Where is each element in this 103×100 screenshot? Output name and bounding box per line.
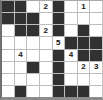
- filled-cell-r4c8[interactable]: [90, 37, 102, 48]
- filled-cell-r5c5[interactable]: [53, 50, 65, 61]
- clue-number: 2: [81, 63, 85, 71]
- empty-cell-r1c8[interactable]: [90, 1, 102, 12]
- empty-cell-r2c7[interactable]: [78, 13, 90, 24]
- empty-cell-r3c8[interactable]: [90, 25, 102, 36]
- filled-cell-r8c5[interactable]: [53, 86, 65, 97]
- empty-cell-r8c1[interactable]: [2, 86, 14, 97]
- filled-cell-r6c3[interactable]: [27, 62, 39, 73]
- filled-cell-r6c5[interactable]: [53, 62, 65, 73]
- filled-cell-r7c5[interactable]: [53, 74, 65, 85]
- empty-cell-r6c1[interactable]: [2, 62, 14, 73]
- filled-cell-r1c1[interactable]: [2, 1, 14, 12]
- clue-cell-r5c2[interactable]: 4: [15, 50, 27, 61]
- empty-cell-r7c8[interactable]: [90, 74, 102, 85]
- filled-cell-r3c2[interactable]: [15, 25, 27, 36]
- empty-cell-r7c2[interactable]: [15, 74, 27, 85]
- empty-cell-r3c1[interactable]: [2, 25, 14, 36]
- filled-cell-r3c5[interactable]: [53, 25, 65, 36]
- empty-cell-r1c3[interactable]: [27, 1, 39, 12]
- filled-cell-r8c6[interactable]: [65, 86, 77, 97]
- clue-cell-r4c5[interactable]: 5: [53, 37, 65, 48]
- empty-cell-r8c4[interactable]: [40, 86, 52, 97]
- filled-cell-r3c7[interactable]: [78, 25, 90, 36]
- filled-cell-r3c3[interactable]: [27, 25, 39, 36]
- empty-cell-r5c1[interactable]: [2, 50, 14, 61]
- empty-cell-r2c4[interactable]: [40, 13, 52, 24]
- empty-cell-r7c4[interactable]: [40, 74, 52, 85]
- clue-cell-r1c4[interactable]: 2: [40, 1, 52, 12]
- clue-number: 5: [56, 39, 60, 47]
- clue-cell-r3c4[interactable]: 2: [40, 25, 52, 36]
- clue-cell-r5c6[interactable]: 4: [65, 50, 77, 61]
- empty-cell-r4c1[interactable]: [2, 37, 14, 48]
- clue-cell-r6c7[interactable]: 2: [78, 62, 90, 73]
- clue-cell-r6c8[interactable]: 3: [90, 62, 102, 73]
- filled-cell-r2c2[interactable]: [15, 13, 27, 24]
- empty-cell-r7c3[interactable]: [27, 74, 39, 85]
- empty-cell-r4c2[interactable]: [15, 37, 27, 48]
- empty-cell-r1c6[interactable]: [65, 1, 77, 12]
- filled-cell-r1c2[interactable]: [15, 1, 27, 12]
- empty-cell-r4c4[interactable]: [40, 37, 52, 48]
- clue-number: 4: [18, 51, 22, 59]
- filled-cell-r2c3[interactable]: [27, 13, 39, 24]
- empty-cell-r8c3[interactable]: [27, 86, 39, 97]
- empty-cell-r5c3[interactable]: [27, 50, 39, 61]
- filled-cell-r2c5[interactable]: [53, 13, 65, 24]
- filled-cell-r8c7[interactable]: [78, 86, 90, 97]
- filled-cell-r5c8[interactable]: [90, 50, 102, 61]
- empty-cell-r2c6[interactable]: [65, 13, 77, 24]
- empty-cell-r5c4[interactable]: [40, 50, 52, 61]
- empty-cell-r7c7[interactable]: [78, 74, 90, 85]
- clue-number: 3: [94, 63, 98, 71]
- clue-number: 2: [43, 27, 47, 35]
- puzzle-grid: 21254423: [0, 0, 103, 100]
- clue-number: 4: [69, 51, 73, 59]
- filled-cell-r5c7[interactable]: [78, 50, 90, 61]
- empty-cell-r4c3[interactable]: [27, 37, 39, 48]
- empty-cell-r6c6[interactable]: [65, 62, 77, 73]
- filled-cell-r4c6[interactable]: [65, 37, 77, 48]
- empty-cell-r6c4[interactable]: [40, 62, 52, 73]
- clue-number: 2: [43, 3, 47, 11]
- empty-cell-r7c6[interactable]: [65, 74, 77, 85]
- empty-cell-r6c2[interactable]: [15, 62, 27, 73]
- filled-cell-r2c1[interactable]: [2, 13, 14, 24]
- clue-cell-r1c7[interactable]: 1: [78, 1, 90, 12]
- empty-cell-r7c1[interactable]: [2, 74, 14, 85]
- clue-number: 1: [81, 3, 85, 11]
- empty-cell-r3c6[interactable]: [65, 25, 77, 36]
- filled-cell-r4c7[interactable]: [78, 37, 90, 48]
- filled-cell-r1c5[interactable]: [53, 1, 65, 12]
- empty-cell-r8c8[interactable]: [90, 86, 102, 97]
- filled-cell-r8c2[interactable]: [15, 86, 27, 97]
- empty-cell-r2c8[interactable]: [90, 13, 102, 24]
